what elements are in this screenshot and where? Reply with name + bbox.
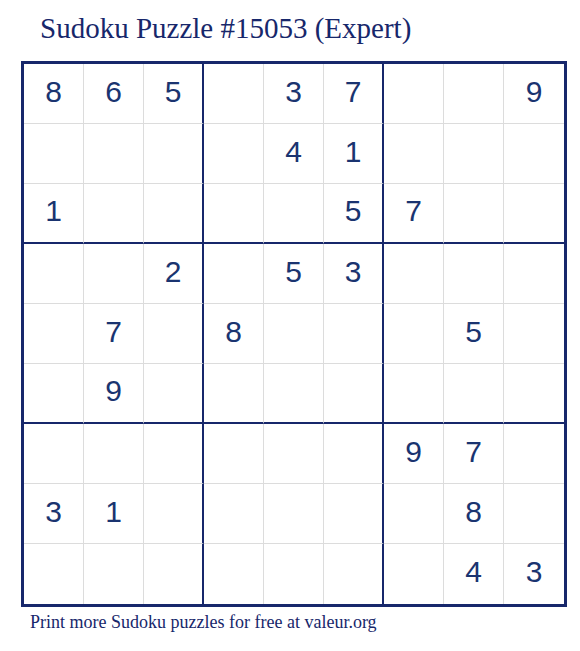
sudoku-cell[interactable] <box>24 424 84 484</box>
sudoku-cell[interactable] <box>84 244 144 304</box>
sudoku-cell[interactable]: 7 <box>84 304 144 364</box>
sudoku-cell[interactable]: 9 <box>504 64 564 124</box>
sudoku-cell[interactable] <box>144 304 204 364</box>
sudoku-cell[interactable] <box>24 244 84 304</box>
sudoku-cell[interactable] <box>204 124 264 184</box>
sudoku-cell[interactable] <box>384 244 444 304</box>
sudoku-cell[interactable] <box>144 424 204 484</box>
sudoku-cell[interactable] <box>504 424 564 484</box>
sudoku-cell[interactable] <box>384 364 444 424</box>
sudoku-cell[interactable] <box>384 64 444 124</box>
sudoku-cell[interactable] <box>84 544 144 604</box>
sudoku-cell[interactable] <box>384 544 444 604</box>
sudoku-cell[interactable]: 8 <box>444 484 504 544</box>
sudoku-cell[interactable] <box>444 124 504 184</box>
sudoku-board: 8653794115725378599731843 <box>21 61 567 607</box>
sudoku-cell[interactable] <box>144 544 204 604</box>
sudoku-cell[interactable] <box>504 304 564 364</box>
sudoku-cell[interactable] <box>144 484 204 544</box>
sudoku-cell[interactable] <box>24 544 84 604</box>
sudoku-cell[interactable] <box>324 484 384 544</box>
sudoku-cell[interactable]: 9 <box>84 364 144 424</box>
sudoku-cell[interactable] <box>264 184 324 244</box>
sudoku-cell[interactable]: 5 <box>324 184 384 244</box>
sudoku-cell[interactable]: 4 <box>264 124 324 184</box>
footer-note: Print more Sudoku puzzles for free at va… <box>30 612 377 633</box>
sudoku-cell[interactable] <box>504 364 564 424</box>
sudoku-cell[interactable] <box>504 124 564 184</box>
sudoku-cell[interactable] <box>444 364 504 424</box>
sudoku-cell[interactable] <box>504 484 564 544</box>
sudoku-cell[interactable] <box>384 484 444 544</box>
sudoku-cell[interactable]: 8 <box>204 304 264 364</box>
sudoku-cell[interactable]: 1 <box>84 484 144 544</box>
page-title: Sudoku Puzzle #15053 (Expert) <box>40 12 411 45</box>
sudoku-cell[interactable]: 5 <box>444 304 504 364</box>
sudoku-cell[interactable] <box>324 364 384 424</box>
sudoku-cell[interactable]: 4 <box>444 544 504 604</box>
sudoku-cell[interactable] <box>504 184 564 244</box>
sudoku-cell[interactable]: 8 <box>24 64 84 124</box>
sudoku-cell[interactable] <box>144 124 204 184</box>
sudoku-cell[interactable]: 5 <box>264 244 324 304</box>
sudoku-cell[interactable] <box>204 244 264 304</box>
sudoku-cell[interactable] <box>504 244 564 304</box>
sudoku-cell[interactable]: 7 <box>324 64 384 124</box>
sudoku-cell[interactable] <box>144 364 204 424</box>
sudoku-cell[interactable] <box>24 124 84 184</box>
sudoku-cell[interactable]: 3 <box>24 484 84 544</box>
sudoku-cell[interactable]: 6 <box>84 64 144 124</box>
sudoku-cell[interactable]: 1 <box>24 184 84 244</box>
sudoku-cell[interactable]: 3 <box>264 64 324 124</box>
sudoku-cell[interactable]: 3 <box>324 244 384 304</box>
sudoku-cell[interactable]: 9 <box>384 424 444 484</box>
sudoku-cell[interactable]: 3 <box>504 544 564 604</box>
sudoku-cell[interactable] <box>84 124 144 184</box>
sudoku-cell[interactable] <box>204 544 264 604</box>
sudoku-cell[interactable] <box>444 64 504 124</box>
sudoku-cell[interactable] <box>144 184 204 244</box>
sudoku-cell[interactable] <box>204 184 264 244</box>
sudoku-cell[interactable] <box>264 304 324 364</box>
sudoku-cell[interactable] <box>264 364 324 424</box>
sudoku-cell[interactable] <box>444 244 504 304</box>
sudoku-cell[interactable] <box>204 484 264 544</box>
sudoku-cell[interactable] <box>264 424 324 484</box>
sudoku-cell[interactable] <box>204 64 264 124</box>
sudoku-cell[interactable] <box>264 484 324 544</box>
sudoku-cell[interactable]: 7 <box>384 184 444 244</box>
sudoku-cell[interactable]: 1 <box>324 124 384 184</box>
sudoku-cell[interactable] <box>324 424 384 484</box>
sudoku-cell[interactable] <box>24 304 84 364</box>
sudoku-cell[interactable] <box>444 184 504 244</box>
sudoku-cell[interactable] <box>24 364 84 424</box>
sudoku-cell[interactable] <box>84 424 144 484</box>
sudoku-cell[interactable] <box>204 364 264 424</box>
sudoku-cell[interactable]: 5 <box>144 64 204 124</box>
sudoku-cell[interactable] <box>204 424 264 484</box>
sudoku-cell[interactable] <box>84 184 144 244</box>
sudoku-cell[interactable]: 2 <box>144 244 204 304</box>
sudoku-cell[interactable] <box>324 304 384 364</box>
sudoku-cell[interactable]: 7 <box>444 424 504 484</box>
sudoku-cell[interactable] <box>384 304 444 364</box>
sudoku-cell[interactable] <box>264 544 324 604</box>
sudoku-cell[interactable] <box>384 124 444 184</box>
sudoku-cell[interactable] <box>324 544 384 604</box>
